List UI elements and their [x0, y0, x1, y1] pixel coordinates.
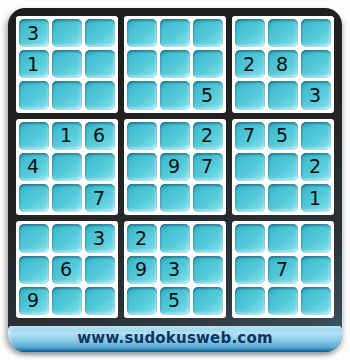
given-digit: 6	[60, 260, 72, 279]
cell-r7c8[interactable]	[268, 224, 298, 252]
given-digit: 3	[168, 260, 180, 279]
cell-r1c1: 3	[19, 19, 49, 47]
given-digit: 6	[93, 126, 105, 145]
given-digit: 2	[201, 126, 213, 145]
cell-r4c7: 7	[235, 122, 265, 150]
cell-r9c4[interactable]	[127, 287, 157, 315]
cell-r7c9[interactable]	[301, 224, 331, 252]
footer-url[interactable]: www.sudokusweb.com	[77, 329, 272, 347]
cell-r9c9[interactable]	[301, 287, 331, 315]
cell-r2c4[interactable]	[127, 50, 157, 78]
given-digit: 8	[276, 55, 288, 74]
cell-r3c7[interactable]	[235, 81, 265, 109]
cell-r8c1[interactable]	[19, 256, 49, 284]
cell-r2c5[interactable]	[160, 50, 190, 78]
box-2-1: 1647	[16, 119, 118, 216]
cell-r5c2[interactable]	[52, 153, 82, 181]
cell-r8c2: 6	[52, 256, 82, 284]
cell-r6c7[interactable]	[235, 184, 265, 212]
box-2-2: 297	[124, 119, 226, 216]
cell-r4c1[interactable]	[19, 122, 49, 150]
sudoku-board: 3152831647297752136929357	[16, 16, 334, 318]
given-digit: 5	[168, 291, 180, 310]
cell-r7c4: 2	[127, 224, 157, 252]
cell-r4c6: 2	[193, 122, 223, 150]
page: 3152831647297752136929357 www.sudokusweb…	[0, 0, 350, 360]
given-digit: 3	[309, 86, 321, 105]
cell-r7c7[interactable]	[235, 224, 265, 252]
cell-r2c6[interactable]	[193, 50, 223, 78]
cell-r1c5[interactable]	[160, 19, 190, 47]
cell-r8c3[interactable]	[85, 256, 115, 284]
cell-r8c7[interactable]	[235, 256, 265, 284]
cell-r4c9[interactable]	[301, 122, 331, 150]
given-digit: 1	[27, 55, 39, 74]
given-digit: 1	[60, 126, 72, 145]
cell-r7c2[interactable]	[52, 224, 82, 252]
cell-r4c5[interactable]	[160, 122, 190, 150]
given-digit: 2	[243, 55, 255, 74]
cell-r8c6[interactable]	[193, 256, 223, 284]
cell-r4c3: 6	[85, 122, 115, 150]
cell-r1c6[interactable]	[193, 19, 223, 47]
cell-r8c9[interactable]	[301, 256, 331, 284]
cell-r9c8[interactable]	[268, 287, 298, 315]
cell-r4c2: 1	[52, 122, 82, 150]
cell-r8c5: 3	[160, 256, 190, 284]
cell-r4c4[interactable]	[127, 122, 157, 150]
cell-r2c2[interactable]	[52, 50, 82, 78]
cell-r4c8: 5	[268, 122, 298, 150]
given-digit: 3	[93, 229, 105, 248]
cell-r3c9: 3	[301, 81, 331, 109]
given-digit: 5	[201, 86, 213, 105]
given-digit: 3	[27, 24, 39, 43]
cell-r3c6: 5	[193, 81, 223, 109]
cell-r3c3[interactable]	[85, 81, 115, 109]
cell-r6c8[interactable]	[268, 184, 298, 212]
box-3-2: 2935	[124, 221, 226, 318]
cell-r5c6: 7	[193, 153, 223, 181]
cell-r2c8: 8	[268, 50, 298, 78]
cell-r6c5[interactable]	[160, 184, 190, 212]
given-digit: 7	[201, 157, 213, 176]
given-digit: 7	[276, 260, 288, 279]
cell-r7c5[interactable]	[160, 224, 190, 252]
cell-r1c3[interactable]	[85, 19, 115, 47]
cell-r2c9[interactable]	[301, 50, 331, 78]
cell-r9c3[interactable]	[85, 287, 115, 315]
cell-r9c6[interactable]	[193, 287, 223, 315]
cell-r9c2[interactable]	[52, 287, 82, 315]
cell-r1c9[interactable]	[301, 19, 331, 47]
cell-r5c9: 2	[301, 153, 331, 181]
cell-r3c1[interactable]	[19, 81, 49, 109]
cell-r6c2[interactable]	[52, 184, 82, 212]
cell-r7c1[interactable]	[19, 224, 49, 252]
given-digit: 7	[93, 189, 105, 208]
footer-band: www.sudokusweb.com	[8, 326, 342, 352]
cell-r8c4: 9	[127, 256, 157, 284]
cell-r2c3[interactable]	[85, 50, 115, 78]
cell-r6c4[interactable]	[127, 184, 157, 212]
cell-r1c7[interactable]	[235, 19, 265, 47]
cell-r9c5: 5	[160, 287, 190, 315]
given-digit: 4	[27, 157, 39, 176]
given-digit: 2	[135, 229, 147, 248]
cell-r1c4[interactable]	[127, 19, 157, 47]
box-1-2: 5	[124, 16, 226, 113]
cell-r5c3[interactable]	[85, 153, 115, 181]
cell-r5c1: 4	[19, 153, 49, 181]
cell-r6c3: 7	[85, 184, 115, 212]
cell-r5c4[interactable]	[127, 153, 157, 181]
cell-r3c2[interactable]	[52, 81, 82, 109]
given-digit: 9	[135, 260, 147, 279]
cell-r7c6[interactable]	[193, 224, 223, 252]
cell-r3c8[interactable]	[268, 81, 298, 109]
cell-r9c7[interactable]	[235, 287, 265, 315]
given-digit: 1	[309, 189, 321, 208]
box-1-1: 31	[16, 16, 118, 113]
cell-r5c8[interactable]	[268, 153, 298, 181]
cell-r3c4[interactable]	[127, 81, 157, 109]
given-digit: 9	[168, 157, 180, 176]
given-digit: 5	[276, 126, 288, 145]
cell-r1c8[interactable]	[268, 19, 298, 47]
cell-r9c1: 9	[19, 287, 49, 315]
box-1-3: 283	[232, 16, 334, 113]
cell-r1c2[interactable]	[52, 19, 82, 47]
cell-r5c5: 9	[160, 153, 190, 181]
box-3-1: 369	[16, 221, 118, 318]
board-frame: 3152831647297752136929357 www.sudokusweb…	[8, 8, 342, 352]
given-digit: 2	[309, 157, 321, 176]
box-3-3: 7	[232, 221, 334, 318]
cell-r7c3: 3	[85, 224, 115, 252]
box-2-3: 7521	[232, 119, 334, 216]
cell-r3c5[interactable]	[160, 81, 190, 109]
cell-r6c1[interactable]	[19, 184, 49, 212]
given-digit: 9	[27, 291, 39, 310]
cell-r6c9: 1	[301, 184, 331, 212]
cell-r6c6[interactable]	[193, 184, 223, 212]
cell-r2c1: 1	[19, 50, 49, 78]
given-digit: 7	[243, 126, 255, 145]
cell-r2c7: 2	[235, 50, 265, 78]
cell-r5c7[interactable]	[235, 153, 265, 181]
cell-r8c8: 7	[268, 256, 298, 284]
